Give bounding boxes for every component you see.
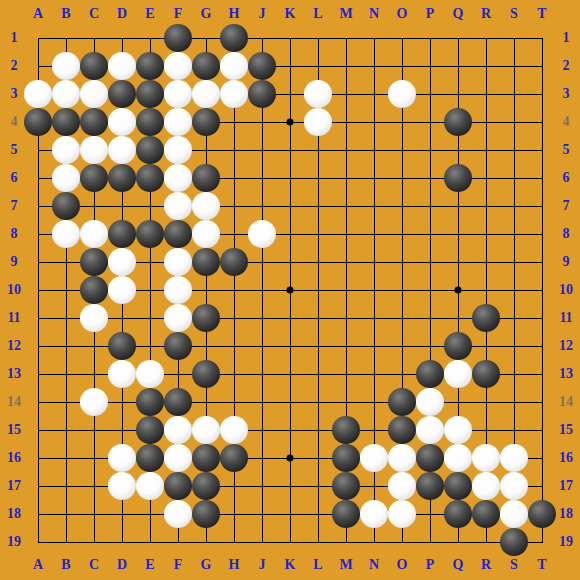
white-stone: ○ [52, 136, 80, 164]
black-stone: ● [108, 332, 136, 360]
black-stone: ● [136, 80, 164, 108]
column-label-bottom: F [174, 558, 183, 572]
black-stone: ● [416, 444, 444, 472]
white-stone: ○ [416, 388, 444, 416]
row-label-right: 17 [559, 479, 573, 493]
row-label-left: 5 [11, 143, 18, 157]
star-point [287, 119, 294, 126]
black-stone: ● [80, 248, 108, 276]
white-stone: ○ [500, 500, 528, 528]
row-label-right: 13 [559, 367, 573, 381]
black-stone: ● [80, 52, 108, 80]
white-stone: ○ [136, 360, 164, 388]
white-stone: ○ [52, 164, 80, 192]
black-stone: ● [164, 388, 192, 416]
black-stone: ● [192, 52, 220, 80]
row-label-right: 10 [559, 283, 573, 297]
column-label-bottom: N [369, 558, 379, 572]
column-label-top: J [259, 7, 266, 21]
row-label-left: 6 [11, 171, 18, 185]
black-stone: ● [136, 108, 164, 136]
black-stone: ● [192, 164, 220, 192]
column-label-bottom: R [481, 558, 491, 572]
white-stone: ○ [80, 304, 108, 332]
white-stone: ○ [248, 220, 276, 248]
white-stone: ○ [164, 136, 192, 164]
white-stone: ○ [388, 444, 416, 472]
column-label-bottom: S [510, 558, 518, 572]
black-stone: ● [220, 24, 248, 52]
black-stone: ● [444, 164, 472, 192]
black-stone: ● [416, 472, 444, 500]
row-label-left: 2 [11, 59, 18, 73]
white-stone: ○ [388, 80, 416, 108]
black-stone: ● [416, 360, 444, 388]
row-label-left: 11 [7, 311, 20, 325]
black-stone: ● [136, 136, 164, 164]
column-label-top: A [33, 7, 43, 21]
black-stone: ● [220, 248, 248, 276]
black-stone: ● [332, 500, 360, 528]
black-stone: ● [136, 388, 164, 416]
white-stone: ○ [192, 416, 220, 444]
white-stone: ○ [52, 52, 80, 80]
black-stone: ● [108, 80, 136, 108]
black-stone: ● [332, 472, 360, 500]
white-stone: ○ [108, 136, 136, 164]
column-label-top: K [285, 7, 296, 21]
white-stone: ○ [444, 360, 472, 388]
black-stone: ● [444, 108, 472, 136]
black-stone: ● [332, 416, 360, 444]
star-point [455, 287, 462, 294]
black-stone: ● [164, 24, 192, 52]
white-stone: ○ [108, 472, 136, 500]
white-stone: ○ [164, 444, 192, 472]
row-label-left: 16 [7, 451, 21, 465]
white-stone: ○ [108, 248, 136, 276]
black-stone: ● [108, 164, 136, 192]
black-stone: ● [472, 360, 500, 388]
white-stone: ○ [220, 52, 248, 80]
row-label-right: 7 [563, 199, 570, 213]
white-stone: ○ [500, 472, 528, 500]
row-label-right: 8 [563, 227, 570, 241]
column-label-bottom: M [339, 558, 352, 572]
black-stone: ● [136, 416, 164, 444]
black-stone: ● [388, 416, 416, 444]
column-label-top: L [313, 7, 322, 21]
black-stone: ● [52, 192, 80, 220]
column-label-bottom: P [426, 558, 435, 572]
column-label-bottom: G [201, 558, 212, 572]
column-label-top: P [426, 7, 435, 21]
column-label-bottom: B [61, 558, 70, 572]
column-label-top: C [89, 7, 99, 21]
column-label-bottom: D [117, 558, 127, 572]
black-stone: ● [472, 500, 500, 528]
row-label-left: 1 [11, 31, 18, 45]
column-label-top: F [174, 7, 183, 21]
black-stone: ● [136, 444, 164, 472]
row-label-right: 4 [563, 115, 570, 129]
column-label-top: D [117, 7, 127, 21]
white-stone: ○ [108, 444, 136, 472]
white-stone: ○ [164, 52, 192, 80]
black-stone: ● [136, 52, 164, 80]
row-label-right: 12 [559, 339, 573, 353]
black-stone: ● [248, 52, 276, 80]
black-stone: ● [192, 108, 220, 136]
white-stone: ○ [444, 444, 472, 472]
row-label-left: 4 [11, 115, 18, 129]
row-label-right: 18 [559, 507, 573, 521]
white-stone: ○ [108, 276, 136, 304]
white-stone: ○ [164, 108, 192, 136]
white-stone: ○ [360, 500, 388, 528]
row-label-right: 2 [563, 59, 570, 73]
white-stone: ○ [192, 80, 220, 108]
row-label-left: 13 [7, 367, 21, 381]
black-stone: ● [164, 220, 192, 248]
row-label-right: 1 [563, 31, 570, 45]
column-label-top: S [510, 7, 518, 21]
row-label-left: 14 [7, 395, 21, 409]
column-label-top: B [61, 7, 70, 21]
row-label-left: 12 [7, 339, 21, 353]
black-stone: ● [24, 108, 52, 136]
row-label-right: 16 [559, 451, 573, 465]
black-stone: ● [164, 472, 192, 500]
column-label-top: N [369, 7, 379, 21]
column-label-top: M [339, 7, 352, 21]
black-stone: ● [528, 500, 556, 528]
black-stone: ● [136, 220, 164, 248]
white-stone: ○ [220, 80, 248, 108]
column-label-bottom: Q [453, 558, 464, 572]
column-label-top: E [145, 7, 154, 21]
white-stone: ○ [304, 80, 332, 108]
black-stone: ● [332, 444, 360, 472]
column-label-top: R [481, 7, 491, 21]
black-stone: ● [388, 388, 416, 416]
black-stone: ● [220, 444, 248, 472]
column-label-top: H [229, 7, 240, 21]
black-stone: ● [192, 360, 220, 388]
column-label-bottom: C [89, 558, 99, 572]
black-stone: ● [472, 304, 500, 332]
black-stone: ● [108, 220, 136, 248]
column-label-bottom: A [33, 558, 43, 572]
column-label-top: T [537, 7, 546, 21]
row-label-left: 8 [11, 227, 18, 241]
white-stone: ○ [164, 80, 192, 108]
black-stone: ● [192, 304, 220, 332]
row-label-right: 5 [563, 143, 570, 157]
white-stone: ○ [52, 220, 80, 248]
white-stone: ○ [108, 108, 136, 136]
column-label-bottom: K [285, 558, 296, 572]
white-stone: ○ [80, 80, 108, 108]
white-stone: ○ [444, 416, 472, 444]
star-point [287, 287, 294, 294]
row-label-left: 10 [7, 283, 21, 297]
white-stone: ○ [108, 360, 136, 388]
white-stone: ○ [164, 164, 192, 192]
white-stone: ○ [136, 472, 164, 500]
black-stone: ● [500, 528, 528, 556]
white-stone: ○ [24, 80, 52, 108]
column-label-bottom: H [229, 558, 240, 572]
white-stone: ○ [52, 80, 80, 108]
white-stone: ○ [500, 444, 528, 472]
row-label-right: 6 [563, 171, 570, 185]
black-stone: ● [80, 164, 108, 192]
black-stone: ● [192, 500, 220, 528]
black-stone: ● [444, 472, 472, 500]
row-label-right: 3 [563, 87, 570, 101]
white-stone: ○ [164, 500, 192, 528]
row-label-right: 14 [559, 395, 573, 409]
row-label-right: 9 [563, 255, 570, 269]
white-stone: ○ [80, 136, 108, 164]
white-stone: ○ [164, 276, 192, 304]
row-label-left: 19 [7, 535, 21, 549]
white-stone: ○ [416, 416, 444, 444]
white-stone: ○ [80, 220, 108, 248]
black-stone: ● [164, 332, 192, 360]
white-stone: ○ [304, 108, 332, 136]
white-stone: ○ [80, 388, 108, 416]
white-stone: ○ [108, 52, 136, 80]
white-stone: ○ [472, 472, 500, 500]
column-label-bottom: T [537, 558, 546, 572]
black-stone: ● [444, 500, 472, 528]
white-stone: ○ [472, 444, 500, 472]
white-stone: ○ [164, 304, 192, 332]
black-stone: ● [52, 108, 80, 136]
white-stone: ○ [164, 416, 192, 444]
go-board[interactable]: AABBCCDDEEFFGGHHJJKKLLMMNNOOPPQQRRSSTT11… [0, 0, 580, 580]
column-label-top: O [397, 7, 408, 21]
column-label-bottom: O [397, 558, 408, 572]
white-stone: ○ [388, 500, 416, 528]
black-stone: ● [192, 444, 220, 472]
black-stone: ● [192, 248, 220, 276]
white-stone: ○ [220, 416, 248, 444]
row-label-left: 18 [7, 507, 21, 521]
row-label-left: 15 [7, 423, 21, 437]
row-label-right: 15 [559, 423, 573, 437]
white-stone: ○ [388, 472, 416, 500]
white-stone: ○ [192, 192, 220, 220]
white-stone: ○ [164, 192, 192, 220]
white-stone: ○ [192, 220, 220, 248]
black-stone: ● [80, 108, 108, 136]
column-label-top: Q [453, 7, 464, 21]
black-stone: ● [444, 332, 472, 360]
white-stone: ○ [360, 444, 388, 472]
row-label-right: 11 [559, 311, 572, 325]
row-label-right: 19 [559, 535, 573, 549]
column-label-bottom: J [259, 558, 266, 572]
row-label-left: 9 [11, 255, 18, 269]
row-label-left: 7 [11, 199, 18, 213]
black-stone: ● [80, 276, 108, 304]
star-point [287, 455, 294, 462]
row-label-left: 17 [7, 479, 21, 493]
black-stone: ● [248, 80, 276, 108]
black-stone: ● [192, 472, 220, 500]
column-label-bottom: L [313, 558, 322, 572]
row-label-left: 3 [11, 87, 18, 101]
black-stone: ● [136, 164, 164, 192]
white-stone: ○ [164, 248, 192, 276]
column-label-top: G [201, 7, 212, 21]
column-label-bottom: E [145, 558, 154, 572]
